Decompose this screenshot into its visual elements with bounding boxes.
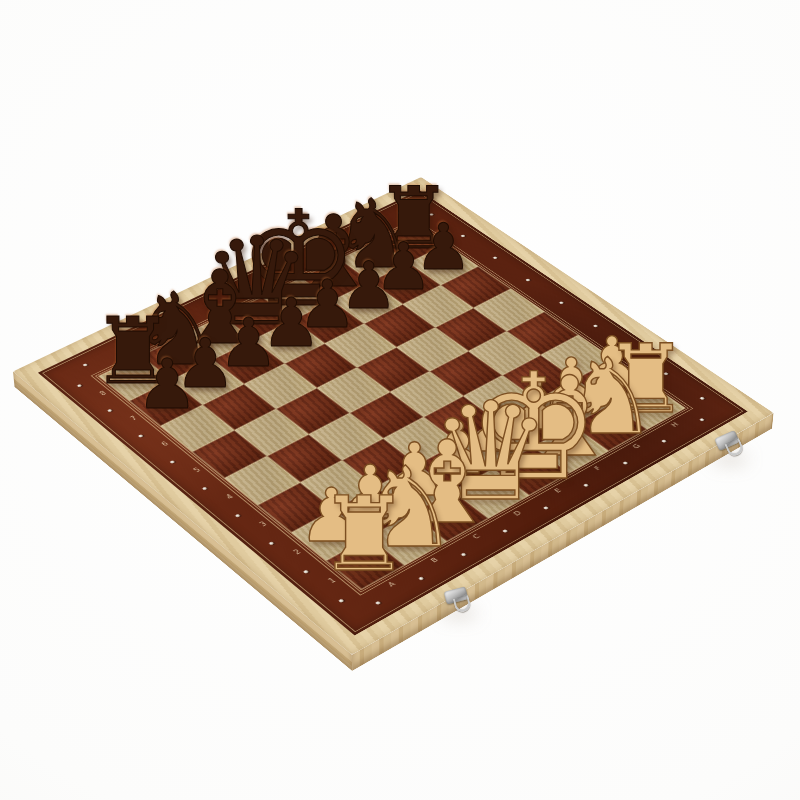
chess-set-photo: ABCDEFGH87654321 ♜♞♝♛♚♝♞♜♟♟♟♟♟♟♟♟♟♟♟♟♟♟♟… <box>0 0 800 800</box>
square-f2 <box>498 400 572 447</box>
square-c2 <box>376 464 452 513</box>
square-b2 <box>334 487 411 537</box>
chess-board: ABCDEFGH87654321 <box>13 177 774 655</box>
square-b3 <box>300 460 376 509</box>
